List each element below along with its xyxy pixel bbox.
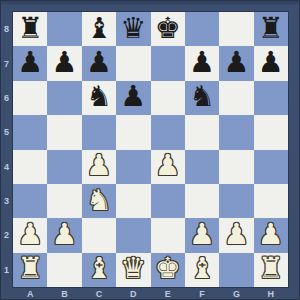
square-d8[interactable]: ♛ — [116, 12, 150, 46]
piece-white-pawn[interactable]: ♟ — [17, 220, 43, 249]
square-g2[interactable]: ♟ — [219, 218, 253, 252]
file-label-a: A — [13, 287, 47, 300]
square-f3[interactable] — [185, 184, 219, 218]
piece-white-queen[interactable]: ♛ — [120, 254, 146, 283]
rank-label-7: 7 — [0, 46, 13, 80]
piece-white-pawn[interactable]: ♟ — [223, 220, 249, 249]
file-label-h: H — [254, 287, 288, 300]
square-a4[interactable] — [13, 150, 47, 184]
rank-label-4: 4 — [0, 150, 13, 184]
rank-label-2: 2 — [0, 218, 13, 252]
square-g7[interactable]: ♟ — [219, 46, 253, 80]
piece-black-pawn[interactable]: ♟ — [258, 48, 284, 77]
square-e1[interactable]: ♚ — [151, 253, 185, 287]
square-h5[interactable] — [254, 115, 288, 149]
square-g4[interactable] — [219, 150, 253, 184]
square-e6[interactable] — [151, 81, 185, 115]
chessboard: ♜♝♛♚♜♟♟♟♟♟♟♞♟♞♟♟♞♟♟♟♟♟♜♝♛♚♝♜ — [13, 12, 288, 287]
rank-labels: 87654321 — [0, 12, 13, 287]
square-d6[interactable]: ♟ — [116, 81, 150, 115]
piece-white-pawn[interactable]: ♟ — [258, 220, 284, 249]
square-c7[interactable]: ♟ — [82, 46, 116, 80]
rank-label-6: 6 — [0, 81, 13, 115]
square-b3[interactable] — [47, 184, 81, 218]
square-b7[interactable]: ♟ — [47, 46, 81, 80]
square-e4[interactable]: ♟ — [151, 150, 185, 184]
chess-board-widget: 87654321 ♜♝♛♚♜♟♟♟♟♟♟♞♟♞♟♟♞♟♟♟♟♟♜♝♛♚♝♜ AB… — [0, 0, 300, 300]
file-label-f: F — [185, 287, 219, 300]
piece-black-pawn[interactable]: ♟ — [120, 82, 146, 111]
square-e5[interactable] — [151, 115, 185, 149]
piece-black-pawn[interactable]: ♟ — [17, 48, 43, 77]
square-f1[interactable]: ♝ — [185, 253, 219, 287]
square-g5[interactable] — [219, 115, 253, 149]
square-c2[interactable] — [82, 218, 116, 252]
square-g1[interactable] — [219, 253, 253, 287]
square-a8[interactable]: ♜ — [13, 12, 47, 46]
file-label-e: E — [151, 287, 185, 300]
piece-white-rook[interactable]: ♜ — [17, 254, 43, 283]
square-f7[interactable]: ♟ — [185, 46, 219, 80]
square-h1[interactable]: ♜ — [254, 253, 288, 287]
piece-white-rook[interactable]: ♜ — [258, 254, 284, 283]
square-b6[interactable] — [47, 81, 81, 115]
square-h4[interactable] — [254, 150, 288, 184]
file-labels: ABCDEFGH — [13, 287, 288, 300]
square-e7[interactable] — [151, 46, 185, 80]
piece-black-knight[interactable]: ♞ — [86, 82, 112, 111]
square-g6[interactable] — [219, 81, 253, 115]
square-c4[interactable]: ♟ — [82, 150, 116, 184]
square-f8[interactable] — [185, 12, 219, 46]
square-b5[interactable] — [47, 115, 81, 149]
file-label-d: D — [116, 287, 150, 300]
square-d1[interactable]: ♛ — [116, 253, 150, 287]
square-a7[interactable]: ♟ — [13, 46, 47, 80]
piece-black-pawn[interactable]: ♟ — [52, 48, 78, 77]
piece-black-pawn[interactable]: ♟ — [86, 48, 112, 77]
square-f5[interactable] — [185, 115, 219, 149]
square-f2[interactable]: ♟ — [185, 218, 219, 252]
file-label-b: B — [47, 287, 81, 300]
piece-white-bishop[interactable]: ♝ — [189, 254, 215, 283]
square-f4[interactable] — [185, 150, 219, 184]
piece-black-rook[interactable]: ♜ — [258, 14, 284, 43]
square-a1[interactable]: ♜ — [13, 253, 47, 287]
square-d2[interactable] — [116, 218, 150, 252]
rank-label-8: 8 — [0, 12, 13, 46]
square-g3[interactable] — [219, 184, 253, 218]
rank-label-5: 5 — [0, 115, 13, 149]
piece-black-king[interactable]: ♚ — [155, 14, 181, 43]
piece-white-pawn[interactable]: ♟ — [52, 220, 78, 249]
piece-white-pawn[interactable]: ♟ — [155, 151, 181, 180]
square-h3[interactable] — [254, 184, 288, 218]
piece-black-queen[interactable]: ♛ — [120, 14, 146, 43]
square-a5[interactable] — [13, 115, 47, 149]
file-label-g: G — [219, 287, 253, 300]
square-d3[interactable] — [116, 184, 150, 218]
square-h8[interactable]: ♜ — [254, 12, 288, 46]
piece-black-pawn[interactable]: ♟ — [189, 48, 215, 77]
rank-label-1: 1 — [0, 253, 13, 287]
piece-white-knight[interactable]: ♞ — [86, 186, 112, 215]
piece-white-king[interactable]: ♚ — [155, 254, 181, 283]
piece-white-pawn[interactable]: ♟ — [86, 151, 112, 180]
piece-black-knight[interactable]: ♞ — [189, 82, 215, 111]
rank-label-3: 3 — [0, 184, 13, 218]
piece-white-bishop[interactable]: ♝ — [86, 254, 112, 283]
square-d7[interactable] — [116, 46, 150, 80]
square-c8[interactable]: ♝ — [82, 12, 116, 46]
piece-black-pawn[interactable]: ♟ — [223, 48, 249, 77]
square-c1[interactable]: ♝ — [82, 253, 116, 287]
file-label-c: C — [82, 287, 116, 300]
square-h7[interactable]: ♟ — [254, 46, 288, 80]
piece-black-rook[interactable]: ♜ — [17, 14, 43, 43]
square-c6[interactable]: ♞ — [82, 81, 116, 115]
square-f6[interactable]: ♞ — [185, 81, 219, 115]
square-h6[interactable] — [254, 81, 288, 115]
square-b2[interactable]: ♟ — [47, 218, 81, 252]
square-b8[interactable] — [47, 12, 81, 46]
square-a3[interactable] — [13, 184, 47, 218]
piece-black-bishop[interactable]: ♝ — [86, 14, 112, 43]
square-a6[interactable] — [13, 81, 47, 115]
square-d4[interactable] — [116, 150, 150, 184]
square-e3[interactable] — [151, 184, 185, 218]
square-d5[interactable] — [116, 115, 150, 149]
square-h2[interactable]: ♟ — [254, 218, 288, 252]
square-a2[interactable]: ♟ — [13, 218, 47, 252]
square-g8[interactable] — [219, 12, 253, 46]
square-e2[interactable] — [151, 218, 185, 252]
piece-white-pawn[interactable]: ♟ — [189, 220, 215, 249]
square-b1[interactable] — [47, 253, 81, 287]
square-c3[interactable]: ♞ — [82, 184, 116, 218]
square-e8[interactable]: ♚ — [151, 12, 185, 46]
square-c5[interactable] — [82, 115, 116, 149]
square-b4[interactable] — [47, 150, 81, 184]
